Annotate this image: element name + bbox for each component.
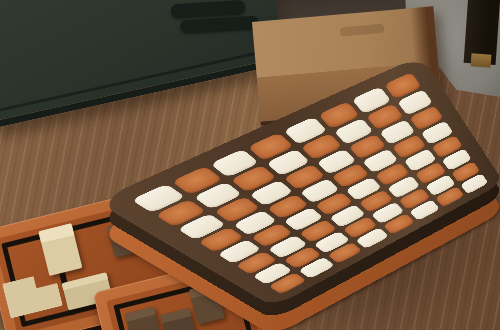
case-handle <box>180 16 259 33</box>
furniture-brass-foot <box>471 53 492 67</box>
case-handle <box>171 0 246 17</box>
photo-canvas <box>0 0 500 330</box>
embossed-logo <box>340 24 385 37</box>
